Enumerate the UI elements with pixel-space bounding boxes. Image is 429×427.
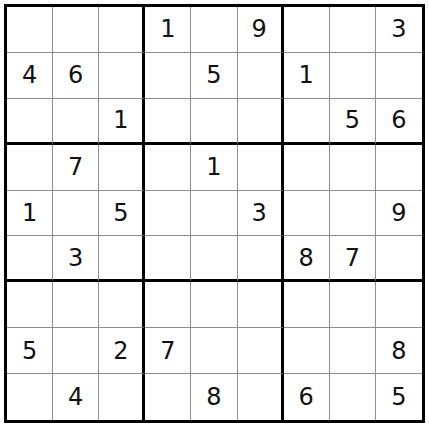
cell-r7c3[interactable] xyxy=(99,282,145,328)
cell-r5c4[interactable] xyxy=(145,191,191,237)
cell-r2c4[interactable] xyxy=(145,53,191,99)
cell-r5c5[interactable] xyxy=(191,191,237,237)
cell-r2c8[interactable] xyxy=(330,53,376,99)
cell-r4c1[interactable] xyxy=(7,145,53,191)
cell-r7c2[interactable] xyxy=(53,282,99,328)
cell-r3c9[interactable]: 6 xyxy=(376,99,422,145)
cell-r3c5[interactable] xyxy=(191,99,237,145)
cell-r5c9[interactable]: 9 xyxy=(376,191,422,237)
cell-r6c5[interactable] xyxy=(191,236,237,282)
cell-r7c6[interactable] xyxy=(238,282,284,328)
cell-r5c2[interactable] xyxy=(53,191,99,237)
cell-r4c9[interactable] xyxy=(376,145,422,191)
cell-r4c8[interactable] xyxy=(330,145,376,191)
cell-r1c3[interactable] xyxy=(99,7,145,53)
cell-r7c9[interactable] xyxy=(376,282,422,328)
cell-r3c6[interactable] xyxy=(238,99,284,145)
cell-r8c2[interactable] xyxy=(53,328,99,374)
cell-r5c6[interactable]: 3 xyxy=(238,191,284,237)
cell-r1c1[interactable] xyxy=(7,7,53,53)
cell-r1c5[interactable] xyxy=(191,7,237,53)
cell-r1c4[interactable]: 1 xyxy=(145,7,191,53)
cell-r2c2[interactable]: 6 xyxy=(53,53,99,99)
cell-r2c5[interactable]: 5 xyxy=(191,53,237,99)
cell-r8c1[interactable]: 5 xyxy=(7,328,53,374)
cell-r6c7[interactable]: 8 xyxy=(284,236,330,282)
cell-r9c7[interactable]: 6 xyxy=(284,374,330,420)
cell-r4c4[interactable] xyxy=(145,145,191,191)
cell-r5c3[interactable]: 5 xyxy=(99,191,145,237)
cell-r6c1[interactable] xyxy=(7,236,53,282)
cell-r2c9[interactable] xyxy=(376,53,422,99)
sudoku-board: 193465115671153938752784865 xyxy=(4,4,425,423)
cell-r6c6[interactable] xyxy=(238,236,284,282)
cell-r1c7[interactable] xyxy=(284,7,330,53)
cell-r9c9[interactable]: 5 xyxy=(376,374,422,420)
cell-r8c7[interactable] xyxy=(284,328,330,374)
cell-r6c9[interactable] xyxy=(376,236,422,282)
cell-r1c2[interactable] xyxy=(53,7,99,53)
cell-r9c2[interactable]: 4 xyxy=(53,374,99,420)
cell-r1c8[interactable] xyxy=(330,7,376,53)
cell-r3c7[interactable] xyxy=(284,99,330,145)
cell-r7c1[interactable] xyxy=(7,282,53,328)
cell-r2c3[interactable] xyxy=(99,53,145,99)
cell-r6c2[interactable]: 3 xyxy=(53,236,99,282)
cell-r8c3[interactable]: 2 xyxy=(99,328,145,374)
cell-r9c4[interactable] xyxy=(145,374,191,420)
sudoku-page: 193465115671153938752784865 xyxy=(0,0,429,427)
cell-r1c6[interactable]: 9 xyxy=(238,7,284,53)
cell-r6c8[interactable]: 7 xyxy=(330,236,376,282)
cell-r9c3[interactable] xyxy=(99,374,145,420)
cell-r3c8[interactable]: 5 xyxy=(330,99,376,145)
cell-r8c4[interactable]: 7 xyxy=(145,328,191,374)
cell-r4c2[interactable]: 7 xyxy=(53,145,99,191)
cell-r2c1[interactable]: 4 xyxy=(7,53,53,99)
cell-r2c7[interactable]: 1 xyxy=(284,53,330,99)
cell-r3c1[interactable] xyxy=(7,99,53,145)
cell-r1c9[interactable]: 3 xyxy=(376,7,422,53)
cell-r4c5[interactable]: 1 xyxy=(191,145,237,191)
cell-r4c3[interactable] xyxy=(99,145,145,191)
cell-r5c1[interactable]: 1 xyxy=(7,191,53,237)
cell-r8c6[interactable] xyxy=(238,328,284,374)
cell-r3c2[interactable] xyxy=(53,99,99,145)
cell-r4c6[interactable] xyxy=(238,145,284,191)
cell-r3c4[interactable] xyxy=(145,99,191,145)
cell-r8c9[interactable]: 8 xyxy=(376,328,422,374)
cell-r7c8[interactable] xyxy=(330,282,376,328)
cell-r7c5[interactable] xyxy=(191,282,237,328)
cell-r2c6[interactable] xyxy=(238,53,284,99)
cell-r6c3[interactable] xyxy=(99,236,145,282)
cell-r9c6[interactable] xyxy=(238,374,284,420)
cell-r5c8[interactable] xyxy=(330,191,376,237)
cell-r6c4[interactable] xyxy=(145,236,191,282)
cell-r8c5[interactable] xyxy=(191,328,237,374)
cell-r4c7[interactable] xyxy=(284,145,330,191)
cell-r3c3[interactable]: 1 xyxy=(99,99,145,145)
cell-r8c8[interactable] xyxy=(330,328,376,374)
cell-r9c5[interactable]: 8 xyxy=(191,374,237,420)
cell-r7c4[interactable] xyxy=(145,282,191,328)
cell-r7c7[interactable] xyxy=(284,282,330,328)
cell-r5c7[interactable] xyxy=(284,191,330,237)
cell-r9c1[interactable] xyxy=(7,374,53,420)
cell-r9c8[interactable] xyxy=(330,374,376,420)
